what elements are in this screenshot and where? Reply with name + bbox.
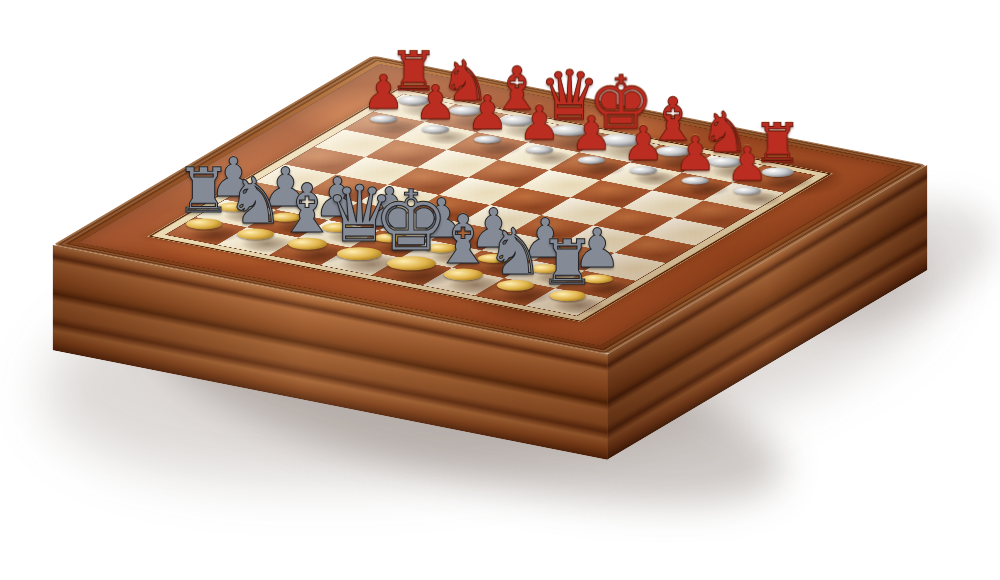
- square-e7: [549, 152, 630, 180]
- square-d7: [498, 142, 579, 170]
- square-g7: [652, 173, 733, 201]
- square-a8: [374, 94, 455, 122]
- square-b8: [425, 104, 506, 132]
- square-a7: [344, 112, 425, 140]
- square-h7: [703, 183, 784, 211]
- square-f8: [630, 145, 711, 173]
- chess-set-product-photo: ♜♞♝♛♚♝♞♜♟♟♟♟♟♟♟♟♟♟♟♟♟♟♟♟♜♞♝♛♚♝♞♜: [0, 0, 1000, 580]
- square-h6: [674, 200, 755, 228]
- square-e8: [579, 135, 660, 163]
- square-h5: [644, 218, 725, 246]
- square-c8: [476, 115, 557, 143]
- square-h8: [733, 165, 814, 193]
- piece-base: [549, 290, 585, 301]
- square-d8: [528, 125, 609, 153]
- scene-3d: ♜♞♝♛♚♝♞♜♟♟♟♟♟♟♟♟♟♟♟♟♟♟♟♟♜♞♝♛♚♝♞♜: [0, 0, 1000, 580]
- square-g8: [681, 155, 762, 183]
- chess-case: ♜♞♝♛♚♝♞♜♟♟♟♟♟♟♟♟♟♟♟♟♟♟♟♟♜♞♝♛♚♝♞♜: [53, 55, 927, 354]
- piece-glyph: ♜: [520, 232, 613, 294]
- square-f7: [601, 162, 682, 190]
- square-b7: [395, 122, 476, 150]
